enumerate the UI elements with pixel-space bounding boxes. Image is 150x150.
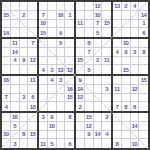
- given-digit: 6: [68, 141, 71, 147]
- given-digit: 3: [41, 114, 44, 120]
- cell-r15c1[interactable]: 10: [2, 131, 11, 140]
- cell-r8c13[interactable]: [113, 65, 122, 74]
- cell-r13c15[interactable]: [131, 113, 140, 122]
- given-digit: 3: [13, 141, 16, 147]
- cell-r11c6[interactable]: [48, 94, 57, 103]
- cell-r3c8[interactable]: [65, 20, 74, 29]
- given-digit: 14: [131, 123, 137, 129]
- given-digit: 15: [67, 95, 73, 101]
- cell-r3c16[interactable]: 1: [139, 20, 148, 29]
- cell-r14c12[interactable]: [102, 122, 111, 131]
- cell-r8c14[interactable]: 15: [122, 65, 131, 74]
- cell-r11c9[interactable]: 12: [76, 94, 85, 103]
- cell-r2c1[interactable]: 15: [2, 11, 11, 20]
- cell-r2c3[interactable]: 2: [20, 11, 29, 20]
- cell-r1c1[interactable]: [2, 2, 11, 11]
- cell-r12c4[interactable]: 10: [28, 102, 37, 111]
- cell-r1c13[interactable]: 13: [113, 2, 122, 11]
- cell-r9c4[interactable]: 11: [28, 76, 37, 85]
- cell-r9c12[interactable]: [102, 76, 111, 85]
- cell-r9c13[interactable]: [113, 76, 122, 85]
- cell-r11c16[interactable]: [139, 94, 148, 103]
- cell-r7c4[interactable]: 12: [28, 57, 37, 66]
- given-digit: 2: [105, 114, 108, 120]
- cell-r13c2[interactable]: 16: [11, 113, 20, 122]
- cell-r5c2[interactable]: 11: [11, 39, 20, 48]
- cell-r1c11[interactable]: 12: [94, 2, 103, 11]
- cell-r8c9[interactable]: [76, 65, 85, 74]
- cell-r9c7[interactable]: 3: [57, 76, 66, 85]
- cell-r15c11[interactable]: 14: [94, 131, 103, 140]
- cell-r3c11[interactable]: 7: [94, 20, 103, 29]
- cell-r3c3[interactable]: [20, 20, 29, 29]
- cell-r2c14[interactable]: [122, 11, 131, 20]
- cell-r4c15[interactable]: [131, 28, 140, 37]
- cell-r8c6[interactable]: 3: [48, 65, 57, 74]
- cell-r12c6[interactable]: [48, 102, 57, 111]
- cell-r7c14[interactable]: [122, 57, 131, 66]
- cell-r14c3[interactable]: [20, 122, 29, 131]
- cell-r10c6[interactable]: [48, 85, 57, 94]
- cell-r3c6[interactable]: [48, 20, 57, 29]
- cell-r12c13[interactable]: 7: [113, 102, 122, 111]
- cell-r9c6[interactable]: 4: [48, 76, 57, 85]
- box-r3c1: 1611736410: [1, 75, 38, 112]
- given-digit: 4: [13, 58, 16, 64]
- cell-r6c6[interactable]: [48, 48, 57, 57]
- cell-r16c10[interactable]: [85, 139, 94, 148]
- cell-r11c14[interactable]: [122, 94, 131, 103]
- cell-r9c16[interactable]: 15: [139, 76, 148, 85]
- cell-r4c9[interactable]: [76, 28, 85, 37]
- cell-r14c9[interactable]: [76, 122, 85, 131]
- cell-r7c12[interactable]: 11: [102, 57, 111, 66]
- cell-r16c13[interactable]: 8: [113, 139, 122, 148]
- cell-r15c13[interactable]: [113, 131, 122, 140]
- given-digit: 10: [3, 132, 9, 138]
- given-digit: 1: [142, 21, 145, 27]
- cell-r8c12[interactable]: [102, 65, 111, 74]
- cell-r3c12[interactable]: 15: [102, 20, 111, 29]
- cell-r7c13[interactable]: [113, 57, 122, 66]
- cell-r14c4[interactable]: [28, 122, 37, 131]
- given-digit: 5: [59, 40, 62, 46]
- cell-r12c8[interactable]: [65, 102, 74, 111]
- cell-r5c6[interactable]: [48, 39, 57, 48]
- cell-r3c14[interactable]: [122, 20, 131, 29]
- cell-r13c12[interactable]: 2: [102, 113, 111, 122]
- cell-r13c10[interactable]: 15: [85, 113, 94, 122]
- cell-r10c13[interactable]: 11: [113, 85, 122, 94]
- cell-r13c16[interactable]: [139, 113, 148, 122]
- cell-r10c8[interactable]: 16: [65, 85, 74, 94]
- cell-r1c12[interactable]: [102, 2, 111, 11]
- given-digit: 8: [22, 132, 25, 138]
- given-digit: 13: [57, 67, 63, 73]
- given-digit: 2: [124, 3, 127, 9]
- cell-r11c15[interactable]: [131, 94, 140, 103]
- cell-r12c10[interactable]: [85, 102, 94, 111]
- cell-r13c3[interactable]: [20, 113, 29, 122]
- given-digit: 12: [30, 58, 36, 64]
- given-digit: 11: [12, 40, 18, 46]
- cell-r13c4[interactable]: [28, 113, 37, 122]
- cell-r14c10[interactable]: 12: [85, 122, 94, 131]
- cell-r1c6[interactable]: [48, 2, 57, 11]
- cell-r11c5[interactable]: [39, 94, 48, 103]
- cell-r7c1[interactable]: [2, 57, 11, 66]
- cell-r8c2[interactable]: [11, 65, 20, 74]
- cell-r12c14[interactable]: 8: [122, 102, 131, 111]
- cell-r5c1[interactable]: [2, 39, 11, 48]
- cell-r2c7[interactable]: 16: [57, 11, 66, 20]
- given-digit: 7: [41, 12, 44, 18]
- cell-r7c7[interactable]: [57, 57, 66, 66]
- cell-r3c10[interactable]: [85, 20, 94, 29]
- given-digit: 10: [40, 21, 46, 27]
- cell-r15c12[interactable]: 4: [102, 131, 111, 140]
- given-digit: 8: [142, 49, 145, 55]
- cell-r6c2[interactable]: 14: [11, 48, 20, 57]
- given-digit: 8: [87, 40, 90, 46]
- cell-r8c16[interactable]: [139, 65, 148, 74]
- cell-r16c8[interactable]: 6: [65, 139, 74, 148]
- cell-r15c2[interactable]: [11, 131, 20, 140]
- cell-r16c2[interactable]: 3: [11, 139, 20, 148]
- cell-r1c5[interactable]: [39, 2, 48, 11]
- cell-r8c11[interactable]: [94, 65, 103, 74]
- cell-r1c2[interactable]: [11, 2, 20, 11]
- given-digit: 15: [77, 58, 83, 64]
- given-digit: 3: [59, 77, 62, 83]
- cell-r9c9[interactable]: 9: [76, 76, 85, 85]
- cell-r5c4[interactable]: 7: [28, 39, 37, 48]
- cell-r5c15[interactable]: [131, 39, 140, 48]
- cell-r8c8[interactable]: 12: [65, 65, 74, 74]
- cell-r9c14[interactable]: [122, 76, 131, 85]
- box-r3c3: 9143122: [75, 75, 112, 112]
- cell-r10c5[interactable]: [39, 85, 48, 94]
- cell-r14c11[interactable]: [94, 122, 103, 131]
- cell-r3c13[interactable]: [113, 20, 122, 29]
- given-digit: 9: [59, 30, 62, 36]
- cell-r2c6[interactable]: [48, 11, 57, 20]
- cell-r8c15[interactable]: [131, 65, 140, 74]
- cell-r4c5[interactable]: 15: [39, 28, 48, 37]
- given-digit: 11: [77, 21, 83, 27]
- cell-r15c16[interactable]: [139, 131, 148, 140]
- cell-r16c11[interactable]: [94, 139, 103, 148]
- cell-r13c7[interactable]: [57, 113, 66, 122]
- cell-r10c7[interactable]: [57, 85, 66, 94]
- cell-r10c9[interactable]: 14: [76, 85, 85, 94]
- cell-r11c8[interactable]: 15: [65, 94, 74, 103]
- cell-r8c7[interactable]: 13: [57, 65, 66, 74]
- cell-r9c5[interactable]: [39, 76, 48, 85]
- cell-r1c16[interactable]: [139, 2, 148, 11]
- cell-r8c1[interactable]: [2, 65, 11, 74]
- cell-r7c8[interactable]: [65, 57, 74, 66]
- cell-r15c3[interactable]: 8: [20, 131, 29, 140]
- cell-r6c12[interactable]: [102, 48, 111, 57]
- cell-r8c3[interactable]: [20, 65, 29, 74]
- cell-r16c15[interactable]: 10: [131, 139, 140, 148]
- cell-r12c15[interactable]: 6: [131, 102, 140, 111]
- cell-r10c15[interactable]: 12: [131, 85, 140, 94]
- cell-r8c4[interactable]: [28, 65, 37, 74]
- cell-r4c8[interactable]: [65, 28, 74, 37]
- cell-r7c15[interactable]: [131, 57, 140, 66]
- cell-r12c2[interactable]: [11, 102, 20, 111]
- cell-r13c14[interactable]: [122, 113, 131, 122]
- cell-r4c6[interactable]: [48, 28, 57, 37]
- cell-r5c14[interactable]: 10: [122, 39, 131, 48]
- cell-r10c4[interactable]: [28, 85, 37, 94]
- cell-r3c1[interactable]: [2, 20, 11, 29]
- cell-r13c11[interactable]: [94, 113, 103, 122]
- cell-r4c16[interactable]: 6: [139, 28, 148, 37]
- given-digit: 9: [22, 58, 25, 64]
- box-r1c1: 15214: [1, 1, 38, 38]
- cell-r2c4[interactable]: [28, 11, 37, 20]
- cell-r12c3[interactable]: [20, 102, 29, 111]
- cell-r11c3[interactable]: 3: [20, 94, 29, 103]
- cell-r9c8[interactable]: [65, 76, 74, 85]
- cell-r1c15[interactable]: 4: [131, 2, 140, 11]
- cell-r11c12[interactable]: [102, 94, 111, 103]
- given-digit: 11: [40, 141, 46, 147]
- cell-r5c8[interactable]: [65, 39, 74, 48]
- cell-r5c5[interactable]: [39, 39, 48, 48]
- cell-r14c2[interactable]: 5: [11, 122, 20, 131]
- cell-r10c2[interactable]: [11, 85, 20, 94]
- cell-r14c1[interactable]: [2, 122, 11, 131]
- cell-r9c1[interactable]: 16: [2, 76, 11, 85]
- cell-r11c10[interactable]: [85, 94, 94, 103]
- cell-r10c1[interactable]: [2, 85, 11, 94]
- given-digit: 7: [4, 95, 7, 101]
- cell-r14c13[interactable]: [113, 122, 122, 131]
- cell-r7c9[interactable]: 15: [76, 57, 85, 66]
- cell-r2c9[interactable]: [76, 11, 85, 20]
- cell-r5c13[interactable]: [113, 39, 122, 48]
- given-digit: 12: [77, 95, 83, 101]
- box-r3c4: 151112786: [112, 75, 149, 112]
- cell-r11c2[interactable]: [11, 94, 20, 103]
- cell-r7c6[interactable]: [48, 57, 57, 66]
- cell-r11c7[interactable]: [57, 94, 66, 103]
- cell-r6c13[interactable]: 4: [113, 48, 122, 57]
- cell-r14c8[interactable]: [65, 122, 74, 131]
- cell-r4c4[interactable]: [28, 28, 37, 37]
- cell-r9c2[interactable]: [11, 76, 20, 85]
- cell-r14c5[interactable]: [39, 122, 48, 131]
- cell-r10c14[interactable]: [122, 85, 131, 94]
- cell-r15c10[interactable]: 9: [85, 131, 94, 140]
- cell-r16c4[interactable]: [28, 139, 37, 148]
- cell-r5c12[interactable]: [102, 39, 111, 48]
- cell-r2c5[interactable]: 7: [39, 11, 48, 20]
- cell-r15c4[interactable]: 15: [28, 131, 37, 140]
- cell-r15c5[interactable]: [39, 131, 48, 140]
- cell-r10c3[interactable]: [20, 85, 29, 94]
- cell-r5c3[interactable]: [20, 39, 29, 48]
- cell-r10c12[interactable]: 3: [102, 85, 111, 94]
- cell-r6c11[interactable]: [94, 48, 103, 57]
- cell-r14c15[interactable]: 14: [131, 122, 140, 131]
- given-digit: 11: [114, 86, 120, 92]
- box-r2c3: 87152115: [75, 38, 112, 75]
- cell-r6c9[interactable]: [76, 48, 85, 57]
- cell-r11c4[interactable]: 6: [28, 94, 37, 103]
- cell-r16c6[interactable]: 5: [48, 139, 57, 148]
- cell-r4c13[interactable]: [113, 28, 122, 37]
- cell-r7c3[interactable]: 9: [20, 57, 29, 66]
- cell-r12c9[interactable]: 2: [76, 102, 85, 111]
- given-digit: 8: [68, 114, 71, 120]
- cell-r2c12[interactable]: [102, 11, 111, 20]
- cell-r13c1[interactable]: [2, 113, 11, 122]
- given-digit: 15: [30, 132, 36, 138]
- cell-r4c12[interactable]: [102, 28, 111, 37]
- cell-r2c10[interactable]: [85, 11, 94, 20]
- cell-r6c16[interactable]: 8: [139, 48, 148, 57]
- cell-r6c7[interactable]: [57, 48, 66, 57]
- cell-r4c1[interactable]: 14: [2, 28, 11, 37]
- cell-r7c11[interactable]: 2: [94, 57, 103, 66]
- cell-r6c3[interactable]: [20, 48, 29, 57]
- cell-r12c16[interactable]: [139, 102, 148, 111]
- box-r1c3: 1210117155: [75, 1, 112, 38]
- cell-r16c1[interactable]: [2, 139, 11, 148]
- cell-r16c3[interactable]: [20, 139, 29, 148]
- cell-r12c1[interactable]: 4: [2, 102, 11, 111]
- cell-r13c8[interactable]: 8: [65, 113, 74, 122]
- cell-r15c15[interactable]: [131, 131, 140, 140]
- cell-r3c5[interactable]: 10: [39, 20, 48, 29]
- cell-r13c9[interactable]: [76, 113, 85, 122]
- given-digit: 9: [87, 132, 90, 138]
- cell-r12c12[interactable]: [102, 102, 111, 111]
- cell-r4c10[interactable]: [85, 28, 94, 37]
- given-digit: 5: [13, 123, 16, 129]
- cell-r14c16[interactable]: [139, 122, 148, 131]
- cell-r15c6[interactable]: [48, 131, 57, 140]
- given-digit: 9: [78, 77, 81, 83]
- cell-r2c2[interactable]: [11, 11, 20, 20]
- cell-r6c8[interactable]: [65, 48, 74, 57]
- cell-r12c5[interactable]: [39, 102, 48, 111]
- cell-r9c11[interactable]: [94, 76, 103, 85]
- cell-r5c7[interactable]: 5: [57, 39, 66, 48]
- cell-r10c16[interactable]: [139, 85, 148, 94]
- cell-r1c4[interactable]: [28, 2, 37, 11]
- cell-r9c10[interactable]: [85, 76, 94, 85]
- cell-r13c5[interactable]: 3: [39, 113, 48, 122]
- cell-r6c14[interactable]: 9: [122, 48, 131, 57]
- cell-r7c2[interactable]: 4: [11, 57, 20, 66]
- cell-r3c15[interactable]: [131, 20, 140, 29]
- cell-r14c7[interactable]: [57, 122, 66, 131]
- cell-r15c14[interactable]: [122, 131, 131, 140]
- cell-r11c11[interactable]: [94, 94, 103, 103]
- cell-r16c9[interactable]: [76, 139, 85, 148]
- cell-r7c10[interactable]: [85, 57, 94, 66]
- cell-r2c16[interactable]: 14: [139, 11, 148, 20]
- cell-r6c10[interactable]: 7: [85, 48, 94, 57]
- cell-r1c7[interactable]: [57, 2, 66, 11]
- cell-r4c3[interactable]: [20, 28, 29, 37]
- cell-r9c3[interactable]: [20, 76, 29, 85]
- box-r4c1: 165108153: [1, 112, 38, 149]
- cell-r15c7[interactable]: [57, 131, 66, 140]
- cell-r5c9[interactable]: [76, 39, 85, 48]
- cell-r8c5[interactable]: 4: [39, 65, 48, 74]
- cell-r3c2[interactable]: [11, 20, 20, 29]
- cell-r4c7[interactable]: 9: [57, 28, 66, 37]
- cell-r2c11[interactable]: 10: [94, 11, 103, 20]
- cell-r11c13[interactable]: [113, 94, 122, 103]
- cell-r16c12[interactable]: [102, 139, 111, 148]
- cell-r4c2[interactable]: [11, 28, 20, 37]
- given-digit: 16: [12, 114, 18, 120]
- cell-r1c8[interactable]: [65, 2, 74, 11]
- cell-r4c11[interactable]: 5: [94, 28, 103, 37]
- cell-r15c9[interactable]: [76, 131, 85, 140]
- cell-r13c13[interactable]: [113, 113, 122, 122]
- cell-r13c6[interactable]: 9: [48, 113, 57, 122]
- cell-r1c10[interactable]: [85, 2, 94, 11]
- cell-r7c5[interactable]: [39, 57, 48, 66]
- cell-r5c16[interactable]: [139, 39, 148, 48]
- given-digit: 16: [67, 86, 73, 92]
- cell-r3c9[interactable]: 11: [76, 20, 85, 29]
- cell-r10c11[interactable]: [94, 85, 103, 94]
- cell-r9c15[interactable]: [131, 76, 140, 85]
- cell-r4c14[interactable]: [122, 28, 131, 37]
- cell-r12c7[interactable]: [57, 102, 66, 111]
- cell-r16c5[interactable]: 11: [39, 139, 48, 148]
- cell-r6c4[interactable]: [28, 48, 37, 57]
- cell-r2c15[interactable]: [131, 11, 140, 20]
- cell-r16c14[interactable]: [122, 139, 131, 148]
- cell-r6c5[interactable]: [39, 48, 48, 57]
- cell-r5c11[interactable]: [94, 39, 103, 48]
- cell-r6c15[interactable]: 3: [131, 48, 140, 57]
- cell-r16c16[interactable]: [139, 139, 148, 148]
- given-digit: 7: [87, 49, 90, 55]
- cell-r5c10[interactable]: 8: [85, 39, 94, 48]
- cell-r15c8[interactable]: [65, 131, 74, 140]
- cell-r14c6[interactable]: 10: [48, 122, 57, 131]
- cell-r7c16[interactable]: [139, 57, 148, 66]
- given-digit: 7: [115, 104, 118, 110]
- cell-r11c1[interactable]: 7: [2, 94, 11, 103]
- cell-r14c14[interactable]: [122, 122, 131, 131]
- cell-r8c10[interactable]: 5: [85, 65, 94, 74]
- cell-r1c9[interactable]: [76, 2, 85, 11]
- cell-r3c7[interactable]: [57, 20, 66, 29]
- cell-r1c14[interactable]: 2: [122, 2, 131, 11]
- cell-r10c10[interactable]: [85, 85, 94, 94]
- cell-r12c11[interactable]: [94, 102, 103, 111]
- cell-r2c8[interactable]: 1: [65, 11, 74, 20]
- cell-r6c1[interactable]: [2, 48, 11, 57]
- cell-r2c13[interactable]: [113, 11, 122, 20]
- cell-r1c3[interactable]: [20, 2, 29, 11]
- cell-r16c7[interactable]: [57, 139, 66, 148]
- cell-r3c4[interactable]: [28, 20, 37, 29]
